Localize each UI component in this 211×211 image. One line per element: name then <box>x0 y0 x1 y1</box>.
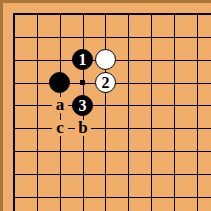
grid-line-horizontal <box>13 128 211 129</box>
stone-black-3: 3 <box>72 95 93 116</box>
stone-black-1: 1 <box>72 49 93 70</box>
grid-line-vertical <box>37 13 38 211</box>
stone-move-number: 1 <box>79 51 87 68</box>
go-board-diagram: 123 abc <box>0 0 211 211</box>
grid-line-horizontal <box>13 13 211 15</box>
grid-line-vertical <box>13 13 15 211</box>
grid-line-horizontal <box>13 197 211 198</box>
stone-white-2: 2 <box>95 72 116 93</box>
stone-white <box>95 49 116 70</box>
letter-marker-c: c <box>52 120 68 136</box>
letter-marker-a: a <box>52 97 68 113</box>
grid-line-horizontal <box>13 105 211 106</box>
grid-line-vertical <box>151 13 152 211</box>
grid-line-vertical <box>128 13 129 211</box>
grid-line-vertical <box>197 13 198 211</box>
stone-black <box>49 72 70 93</box>
stone-move-number: 3 <box>79 97 87 114</box>
grid-line-horizontal <box>13 151 211 152</box>
grid-line-vertical <box>105 13 106 211</box>
grid-line-horizontal <box>13 174 211 175</box>
letter-marker-b: b <box>75 120 91 136</box>
stone-move-number: 2 <box>102 74 110 91</box>
hoshi-point <box>80 80 85 85</box>
grid-line-horizontal <box>13 37 211 38</box>
grid-line-vertical <box>174 13 175 211</box>
